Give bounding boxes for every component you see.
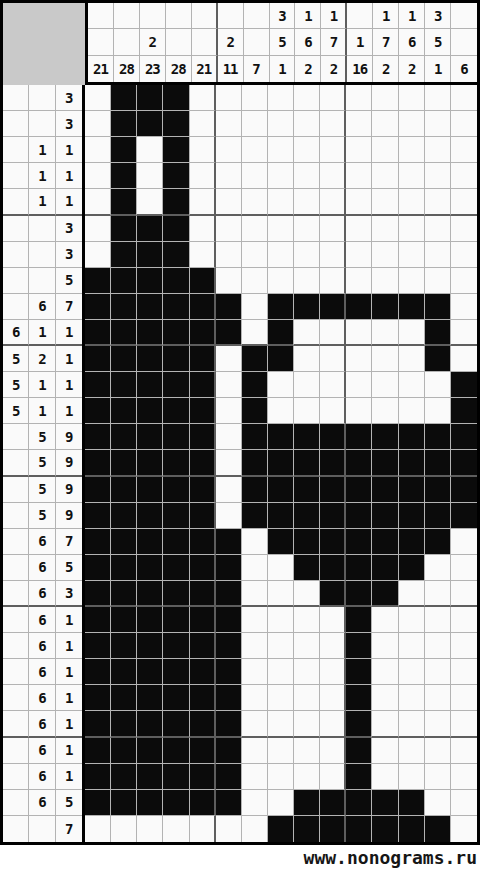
grid-cell[interactable] — [137, 242, 163, 268]
grid-cell[interactable] — [268, 216, 294, 242]
grid-cell[interactable] — [346, 216, 372, 242]
grid-cell[interactable] — [163, 607, 189, 633]
grid-cell[interactable] — [85, 268, 111, 294]
grid-cell[interactable] — [346, 790, 372, 816]
grid-cell[interactable] — [294, 111, 320, 137]
grid-cell[interactable] — [372, 242, 398, 268]
grid-cell[interactable] — [85, 555, 111, 581]
grid-cell[interactable] — [425, 477, 451, 503]
grid-cell[interactable] — [163, 398, 189, 424]
grid-cell[interactable] — [399, 320, 425, 346]
grid-cell[interactable] — [399, 738, 425, 764]
grid-cell[interactable] — [268, 685, 294, 711]
grid-cell[interactable] — [425, 607, 451, 633]
grid-cell[interactable] — [137, 398, 163, 424]
grid-cell[interactable] — [190, 738, 216, 764]
grid-cell[interactable] — [190, 424, 216, 450]
grid-cell[interactable] — [425, 659, 451, 685]
grid-cell[interactable] — [425, 450, 451, 476]
grid-cell[interactable] — [85, 633, 111, 659]
grid-cell[interactable] — [320, 372, 346, 398]
grid-cell[interactable] — [399, 242, 425, 268]
grid-cell[interactable] — [111, 685, 137, 711]
grid-cell[interactable] — [346, 529, 372, 555]
grid-cell[interactable] — [425, 346, 451, 372]
grid-cell[interactable] — [399, 372, 425, 398]
grid-cell[interactable] — [451, 764, 477, 790]
grid-cell[interactable] — [85, 111, 111, 137]
grid-cell[interactable] — [190, 633, 216, 659]
grid-cell[interactable] — [451, 607, 477, 633]
grid-cell[interactable] — [163, 216, 189, 242]
grid-cell[interactable] — [425, 85, 451, 111]
grid-cell[interactable] — [294, 242, 320, 268]
grid-cell[interactable] — [268, 790, 294, 816]
grid-cell[interactable] — [85, 216, 111, 242]
grid-cell[interactable] — [320, 816, 346, 842]
grid-cell[interactable] — [190, 711, 216, 737]
grid-cell[interactable] — [451, 294, 477, 320]
grid-cell[interactable] — [320, 111, 346, 137]
grid-cell[interactable] — [85, 529, 111, 555]
grid-cell[interactable] — [242, 216, 268, 242]
grid-cell[interactable] — [242, 137, 268, 163]
grid-cell[interactable] — [85, 294, 111, 320]
grid-cell[interactable] — [425, 372, 451, 398]
grid-cell[interactable] — [451, 738, 477, 764]
grid-cell[interactable] — [346, 450, 372, 476]
grid-cell[interactable] — [85, 711, 111, 737]
grid-cell[interactable] — [451, 137, 477, 163]
grid-cell[interactable] — [294, 503, 320, 529]
grid-cell[interactable] — [372, 607, 398, 633]
grid-cell[interactable] — [399, 398, 425, 424]
grid-cell[interactable] — [346, 268, 372, 294]
grid-cell[interactable] — [242, 450, 268, 476]
grid-cell[interactable] — [242, 477, 268, 503]
grid-cell[interactable] — [451, 477, 477, 503]
grid-cell[interactable] — [216, 163, 242, 189]
grid-cell[interactable] — [111, 555, 137, 581]
grid-cell[interactable] — [242, 685, 268, 711]
grid-cell[interactable] — [425, 764, 451, 790]
grid-cell[interactable] — [216, 659, 242, 685]
grid-cell[interactable] — [320, 189, 346, 215]
grid-cell[interactable] — [346, 685, 372, 711]
grid-cell[interactable] — [346, 738, 372, 764]
grid-cell[interactable] — [85, 477, 111, 503]
grid-cell[interactable] — [268, 424, 294, 450]
grid-cell[interactable] — [137, 607, 163, 633]
grid-cell[interactable] — [268, 294, 294, 320]
grid-cell[interactable] — [190, 581, 216, 607]
grid-cell[interactable] — [85, 581, 111, 607]
grid-cell[interactable] — [216, 111, 242, 137]
grid-cell[interactable] — [85, 85, 111, 111]
grid-cell[interactable] — [346, 242, 372, 268]
grid-cell[interactable] — [425, 137, 451, 163]
grid-cell[interactable] — [137, 137, 163, 163]
grid-cell[interactable] — [346, 398, 372, 424]
grid-cell[interactable] — [163, 137, 189, 163]
grid-cell[interactable] — [399, 685, 425, 711]
grid-cell[interactable] — [216, 424, 242, 450]
grid-cell[interactable] — [320, 346, 346, 372]
grid-cell[interactable] — [346, 346, 372, 372]
grid-cell[interactable] — [111, 633, 137, 659]
grid-cell[interactable] — [190, 294, 216, 320]
grid-cell[interactable] — [320, 685, 346, 711]
grid-cell[interactable] — [451, 216, 477, 242]
grid-cell[interactable] — [346, 424, 372, 450]
grid-cell[interactable] — [372, 294, 398, 320]
grid-cell[interactable] — [399, 503, 425, 529]
grid-cell[interactable] — [399, 529, 425, 555]
grid-cell[interactable] — [425, 294, 451, 320]
grid-cell[interactable] — [294, 268, 320, 294]
grid-cell[interactable] — [111, 137, 137, 163]
grid-cell[interactable] — [163, 790, 189, 816]
grid-cell[interactable] — [346, 477, 372, 503]
grid-cell[interactable] — [399, 633, 425, 659]
grid-cell[interactable] — [190, 268, 216, 294]
grid-cell[interactable] — [451, 189, 477, 215]
grid-cell[interactable] — [294, 581, 320, 607]
grid-cell[interactable] — [190, 790, 216, 816]
grid-cell[interactable] — [137, 477, 163, 503]
grid-cell[interactable] — [190, 189, 216, 215]
grid-cell[interactable] — [111, 607, 137, 633]
grid-cell[interactable] — [85, 503, 111, 529]
grid-cell[interactable] — [320, 633, 346, 659]
grid-cell[interactable] — [242, 764, 268, 790]
grid-cell[interactable] — [425, 581, 451, 607]
grid-cell[interactable] — [216, 477, 242, 503]
grid-cell[interactable] — [451, 685, 477, 711]
grid-cell[interactable] — [190, 555, 216, 581]
grid-cell[interactable] — [320, 216, 346, 242]
grid-cell[interactable] — [242, 85, 268, 111]
grid-cell[interactable] — [346, 581, 372, 607]
grid-cell[interactable] — [399, 189, 425, 215]
grid-cell[interactable] — [137, 816, 163, 842]
grid-cell[interactable] — [294, 320, 320, 346]
grid-cell[interactable] — [268, 555, 294, 581]
grid-cell[interactable] — [451, 85, 477, 111]
grid-cell[interactable] — [320, 398, 346, 424]
grid-cell[interactable] — [372, 216, 398, 242]
grid-cell[interactable] — [320, 790, 346, 816]
grid-cell[interactable] — [111, 503, 137, 529]
grid-cell[interactable] — [163, 424, 189, 450]
grid-cell[interactable] — [372, 711, 398, 737]
grid-cell[interactable] — [346, 372, 372, 398]
grid-cell[interactable] — [190, 503, 216, 529]
grid-cell[interactable] — [111, 85, 137, 111]
grid-cell[interactable] — [216, 216, 242, 242]
grid-cell[interactable] — [242, 581, 268, 607]
grid-cell[interactable] — [137, 163, 163, 189]
grid-cell[interactable] — [190, 85, 216, 111]
grid-cell[interactable] — [372, 424, 398, 450]
grid-cell[interactable] — [216, 398, 242, 424]
grid-cell[interactable] — [425, 738, 451, 764]
grid-cell[interactable] — [137, 581, 163, 607]
grid-cell[interactable] — [216, 137, 242, 163]
grid-cell[interactable] — [372, 268, 398, 294]
grid-cell[interactable] — [111, 189, 137, 215]
grid-cell[interactable] — [163, 633, 189, 659]
grid-cell[interactable] — [372, 555, 398, 581]
grid-cell[interactable] — [346, 294, 372, 320]
grid-cell[interactable] — [346, 659, 372, 685]
grid-cell[interactable] — [451, 163, 477, 189]
grid-cell[interactable] — [85, 242, 111, 268]
grid-cell[interactable] — [425, 320, 451, 346]
grid-cell[interactable] — [190, 816, 216, 842]
grid-cell[interactable] — [372, 163, 398, 189]
grid-cell[interactable] — [346, 555, 372, 581]
grid-cell[interactable] — [216, 633, 242, 659]
grid-cell[interactable] — [451, 790, 477, 816]
grid-cell[interactable] — [425, 555, 451, 581]
grid-cell[interactable] — [242, 294, 268, 320]
grid-cell[interactable] — [242, 738, 268, 764]
grid-cell[interactable] — [425, 268, 451, 294]
grid-cell[interactable] — [163, 555, 189, 581]
grid-cell[interactable] — [346, 85, 372, 111]
grid-cell[interactable] — [190, 163, 216, 189]
grid-cell[interactable] — [268, 659, 294, 685]
grid-cell[interactable] — [451, 711, 477, 737]
grid-cell[interactable] — [163, 346, 189, 372]
grid-cell[interactable] — [451, 268, 477, 294]
grid-cell[interactable] — [399, 607, 425, 633]
grid-cell[interactable] — [163, 111, 189, 137]
grid-cell[interactable] — [451, 503, 477, 529]
grid-cell[interactable] — [294, 137, 320, 163]
grid-cell[interactable] — [242, 659, 268, 685]
grid-cell[interactable] — [163, 685, 189, 711]
grid-cell[interactable] — [242, 189, 268, 215]
grid-cell[interactable] — [451, 659, 477, 685]
grid-cell[interactable] — [320, 268, 346, 294]
grid-cell[interactable] — [242, 320, 268, 346]
grid-cell[interactable] — [137, 503, 163, 529]
grid-cell[interactable] — [372, 137, 398, 163]
grid-cell[interactable] — [294, 163, 320, 189]
grid-cell[interactable] — [294, 738, 320, 764]
grid-cell[interactable] — [268, 477, 294, 503]
grid-cell[interactable] — [111, 163, 137, 189]
grid-cell[interactable] — [372, 189, 398, 215]
grid-cell[interactable] — [399, 163, 425, 189]
grid-cell[interactable] — [242, 503, 268, 529]
grid-cell[interactable] — [137, 85, 163, 111]
grid-cell[interactable] — [242, 790, 268, 816]
grid-cell[interactable] — [163, 320, 189, 346]
grid-cell[interactable] — [242, 268, 268, 294]
grid-cell[interactable] — [294, 529, 320, 555]
grid-cell[interactable] — [216, 346, 242, 372]
grid-cell[interactable] — [137, 711, 163, 737]
grid-cell[interactable] — [111, 398, 137, 424]
grid-cell[interactable] — [85, 685, 111, 711]
grid-cell[interactable] — [425, 189, 451, 215]
grid-cell[interactable] — [111, 711, 137, 737]
grid-cell[interactable] — [451, 346, 477, 372]
grid-cell[interactable] — [216, 242, 242, 268]
grid-cell[interactable] — [216, 294, 242, 320]
grid-cell[interactable] — [216, 372, 242, 398]
grid-cell[interactable] — [320, 607, 346, 633]
grid-cell[interactable] — [216, 581, 242, 607]
grid-cell[interactable] — [372, 790, 398, 816]
grid-cell[interactable] — [190, 320, 216, 346]
grid-cell[interactable] — [320, 503, 346, 529]
grid-cell[interactable] — [268, 633, 294, 659]
grid-cell[interactable] — [216, 738, 242, 764]
grid-cell[interactable] — [163, 372, 189, 398]
grid-cell[interactable] — [163, 711, 189, 737]
grid-cell[interactable] — [190, 398, 216, 424]
grid-cell[interactable] — [320, 450, 346, 476]
grid-cell[interactable] — [268, 764, 294, 790]
grid-cell[interactable] — [294, 790, 320, 816]
grid-cell[interactable] — [137, 111, 163, 137]
grid-cell[interactable] — [268, 503, 294, 529]
grid-cell[interactable] — [294, 659, 320, 685]
grid-cell[interactable] — [320, 424, 346, 450]
grid-cell[interactable] — [163, 450, 189, 476]
grid-cell[interactable] — [268, 346, 294, 372]
grid-cell[interactable] — [451, 242, 477, 268]
grid-cell[interactable] — [399, 216, 425, 242]
grid-cell[interactable] — [425, 503, 451, 529]
grid-cell[interactable] — [346, 111, 372, 137]
grid-cell[interactable] — [111, 764, 137, 790]
grid-cell[interactable] — [111, 477, 137, 503]
grid-cell[interactable] — [346, 816, 372, 842]
grid-cell[interactable] — [163, 163, 189, 189]
grid-cell[interactable] — [163, 189, 189, 215]
grid-cell[interactable] — [399, 346, 425, 372]
grid-cell[interactable] — [451, 581, 477, 607]
grid-cell[interactable] — [268, 163, 294, 189]
grid-cell[interactable] — [85, 764, 111, 790]
grid-cell[interactable] — [451, 111, 477, 137]
grid-cell[interactable] — [346, 137, 372, 163]
grid-cell[interactable] — [163, 503, 189, 529]
grid-cell[interactable] — [242, 529, 268, 555]
grid-cell[interactable] — [163, 816, 189, 842]
grid-cell[interactable] — [85, 450, 111, 476]
grid-cell[interactable] — [320, 477, 346, 503]
grid-cell[interactable] — [137, 738, 163, 764]
grid-cell[interactable] — [137, 659, 163, 685]
grid-cell[interactable] — [451, 320, 477, 346]
grid-cell[interactable] — [190, 477, 216, 503]
grid-cell[interactable] — [137, 216, 163, 242]
grid-cell[interactable] — [320, 529, 346, 555]
grid-cell[interactable] — [372, 633, 398, 659]
grid-cell[interactable] — [372, 581, 398, 607]
grid-cell[interactable] — [268, 320, 294, 346]
grid-cell[interactable] — [268, 372, 294, 398]
grid-cell[interactable] — [425, 216, 451, 242]
grid-cell[interactable] — [346, 633, 372, 659]
grid-cell[interactable] — [294, 816, 320, 842]
grid-cell[interactable] — [85, 163, 111, 189]
grid-cell[interactable] — [163, 529, 189, 555]
grid-cell[interactable] — [268, 450, 294, 476]
grid-cell[interactable] — [451, 424, 477, 450]
grid-cell[interactable] — [451, 816, 477, 842]
grid-cell[interactable] — [163, 242, 189, 268]
grid-cell[interactable] — [242, 372, 268, 398]
grid-cell[interactable] — [190, 685, 216, 711]
grid-cell[interactable] — [111, 424, 137, 450]
grid-cell[interactable] — [399, 711, 425, 737]
grid-cell[interactable] — [425, 163, 451, 189]
grid-cell[interactable] — [216, 503, 242, 529]
grid-cell[interactable] — [163, 581, 189, 607]
grid-cell[interactable] — [372, 816, 398, 842]
grid-cell[interactable] — [399, 424, 425, 450]
grid-cell[interactable] — [242, 242, 268, 268]
grid-cell[interactable] — [372, 111, 398, 137]
grid-cell[interactable] — [294, 607, 320, 633]
grid-cell[interactable] — [372, 450, 398, 476]
grid-cell[interactable] — [425, 242, 451, 268]
grid-cell[interactable] — [216, 529, 242, 555]
grid-cell[interactable] — [425, 816, 451, 842]
grid-cell[interactable] — [346, 764, 372, 790]
grid-cell[interactable] — [294, 424, 320, 450]
grid-cell[interactable] — [111, 111, 137, 137]
grid-cell[interactable] — [216, 85, 242, 111]
grid-cell[interactable] — [372, 764, 398, 790]
grid-cell[interactable] — [163, 764, 189, 790]
grid-cell[interactable] — [425, 633, 451, 659]
grid-cell[interactable] — [111, 529, 137, 555]
grid-cell[interactable] — [294, 477, 320, 503]
grid-cell[interactable] — [399, 294, 425, 320]
grid-cell[interactable] — [85, 137, 111, 163]
grid-cell[interactable] — [294, 685, 320, 711]
grid-cell[interactable] — [294, 189, 320, 215]
grid-cell[interactable] — [268, 111, 294, 137]
grid-cell[interactable] — [137, 529, 163, 555]
grid-cell[interactable] — [242, 816, 268, 842]
grid-cell[interactable] — [320, 555, 346, 581]
grid-cell[interactable] — [425, 790, 451, 816]
grid-cell[interactable] — [320, 581, 346, 607]
grid-cell[interactable] — [137, 790, 163, 816]
grid-cell[interactable] — [111, 659, 137, 685]
grid-cell[interactable] — [242, 424, 268, 450]
grid-cell[interactable] — [320, 85, 346, 111]
grid-cell[interactable] — [163, 268, 189, 294]
grid-cell[interactable] — [137, 189, 163, 215]
grid-cell[interactable] — [216, 790, 242, 816]
grid-cell[interactable] — [190, 372, 216, 398]
grid-cell[interactable] — [425, 529, 451, 555]
grid-cell[interactable] — [216, 816, 242, 842]
grid-cell[interactable] — [320, 294, 346, 320]
grid-cell[interactable] — [399, 581, 425, 607]
grid-cell[interactable] — [320, 738, 346, 764]
